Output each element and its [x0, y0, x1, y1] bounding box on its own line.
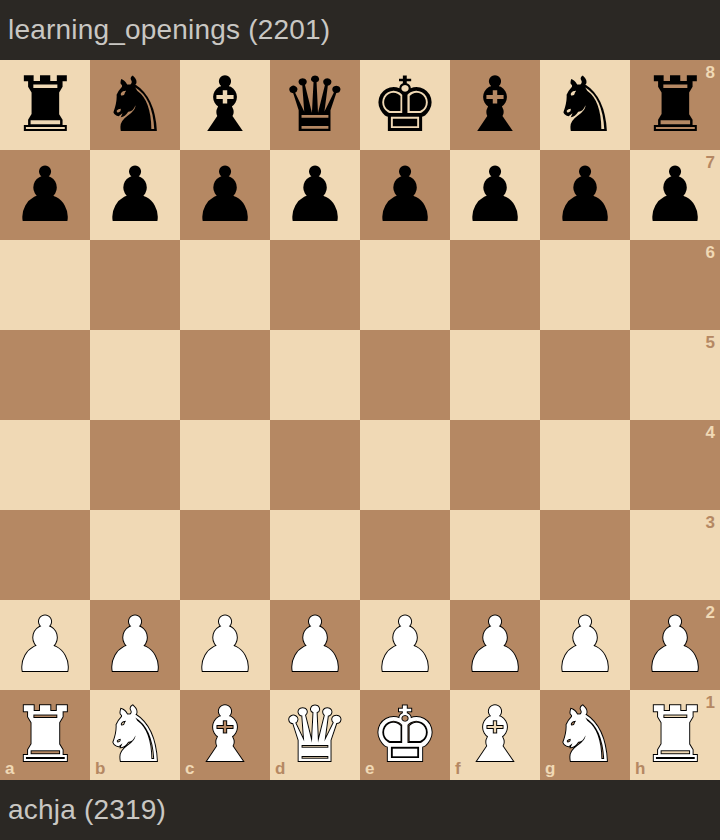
- square-e1[interactable]: ♚e: [360, 690, 450, 780]
- square-f7[interactable]: ♟: [450, 150, 540, 240]
- square-c2[interactable]: ♟: [180, 600, 270, 690]
- square-c3[interactable]: [180, 510, 270, 600]
- rank-label-4: 4: [706, 424, 715, 441]
- square-c8[interactable]: ♝: [180, 60, 270, 150]
- square-a5[interactable]: [0, 330, 90, 420]
- square-g8[interactable]: ♞: [540, 60, 630, 150]
- square-d6[interactable]: [270, 240, 360, 330]
- square-g6[interactable]: [540, 240, 630, 330]
- square-d4[interactable]: [270, 420, 360, 510]
- square-a7[interactable]: ♟: [0, 150, 90, 240]
- square-g7[interactable]: ♟: [540, 150, 630, 240]
- piece-white-pawn[interactable]: ♟: [630, 600, 720, 690]
- square-h4[interactable]: 4: [630, 420, 720, 510]
- piece-black-knight[interactable]: ♞: [540, 60, 630, 150]
- piece-black-bishop[interactable]: ♝: [450, 60, 540, 150]
- game-window: learning_openings (2201) ♜♞♝♛♚♝♞♜8♟♟♟♟♟♟…: [0, 0, 720, 840]
- square-g2[interactable]: ♟: [540, 600, 630, 690]
- piece-black-pawn[interactable]: ♟: [360, 150, 450, 240]
- square-b1[interactable]: ♞b: [90, 690, 180, 780]
- rank-label-3: 3: [706, 514, 715, 531]
- player-bar-bottom: achja (2319): [0, 780, 720, 840]
- square-b5[interactable]: [90, 330, 180, 420]
- square-c6[interactable]: [180, 240, 270, 330]
- square-b4[interactable]: [90, 420, 180, 510]
- piece-white-pawn[interactable]: ♟: [450, 600, 540, 690]
- piece-white-bishop[interactable]: ♝: [180, 690, 270, 780]
- square-f4[interactable]: [450, 420, 540, 510]
- piece-white-pawn[interactable]: ♟: [180, 600, 270, 690]
- square-g4[interactable]: [540, 420, 630, 510]
- square-h6[interactable]: 6: [630, 240, 720, 330]
- square-c7[interactable]: ♟: [180, 150, 270, 240]
- square-f6[interactable]: [450, 240, 540, 330]
- piece-white-pawn[interactable]: ♟: [270, 600, 360, 690]
- piece-white-pawn[interactable]: ♟: [90, 600, 180, 690]
- square-e6[interactable]: [360, 240, 450, 330]
- square-f8[interactable]: ♝: [450, 60, 540, 150]
- square-h3[interactable]: 3: [630, 510, 720, 600]
- square-e8[interactable]: ♚: [360, 60, 450, 150]
- square-f1[interactable]: ♝f: [450, 690, 540, 780]
- player-bar-top: learning_openings (2201): [0, 0, 720, 60]
- piece-black-knight[interactable]: ♞: [90, 60, 180, 150]
- rank-label-5: 5: [706, 334, 715, 351]
- piece-black-king[interactable]: ♚: [360, 60, 450, 150]
- piece-white-knight[interactable]: ♞: [90, 690, 180, 780]
- square-g5[interactable]: [540, 330, 630, 420]
- piece-black-rook[interactable]: ♜: [0, 60, 90, 150]
- square-h2[interactable]: ♟2: [630, 600, 720, 690]
- piece-white-bishop[interactable]: ♝: [450, 690, 540, 780]
- chess-board: ♜♞♝♛♚♝♞♜8♟♟♟♟♟♟♟♟76543♟♟♟♟♟♟♟♟2♜a♞b♝c♛d♚…: [0, 60, 720, 780]
- piece-white-knight[interactable]: ♞: [540, 690, 630, 780]
- piece-white-queen[interactable]: ♛: [270, 690, 360, 780]
- square-d3[interactable]: [270, 510, 360, 600]
- piece-white-pawn[interactable]: ♟: [360, 600, 450, 690]
- rank-label-6: 6: [706, 244, 715, 261]
- square-a8[interactable]: ♜: [0, 60, 90, 150]
- square-h5[interactable]: 5: [630, 330, 720, 420]
- square-d8[interactable]: ♛: [270, 60, 360, 150]
- square-c5[interactable]: [180, 330, 270, 420]
- piece-black-pawn[interactable]: ♟: [450, 150, 540, 240]
- square-h8[interactable]: ♜8: [630, 60, 720, 150]
- piece-black-pawn[interactable]: ♟: [90, 150, 180, 240]
- piece-white-king[interactable]: ♚: [360, 690, 450, 780]
- piece-black-rook[interactable]: ♜: [630, 60, 720, 150]
- square-b7[interactable]: ♟: [90, 150, 180, 240]
- piece-black-queen[interactable]: ♛: [270, 60, 360, 150]
- square-a1[interactable]: ♜a: [0, 690, 90, 780]
- player-name-bottom: achja (2319): [8, 794, 166, 826]
- square-g1[interactable]: ♞g: [540, 690, 630, 780]
- piece-white-rook[interactable]: ♜: [630, 690, 720, 780]
- square-d1[interactable]: ♛d: [270, 690, 360, 780]
- square-e2[interactable]: ♟: [360, 600, 450, 690]
- piece-black-pawn[interactable]: ♟: [540, 150, 630, 240]
- square-e5[interactable]: [360, 330, 450, 420]
- square-d2[interactable]: ♟: [270, 600, 360, 690]
- piece-black-pawn[interactable]: ♟: [0, 150, 90, 240]
- square-f5[interactable]: [450, 330, 540, 420]
- square-b6[interactable]: [90, 240, 180, 330]
- square-g3[interactable]: [540, 510, 630, 600]
- square-c1[interactable]: ♝c: [180, 690, 270, 780]
- square-b3[interactable]: [90, 510, 180, 600]
- square-e4[interactable]: [360, 420, 450, 510]
- square-d7[interactable]: ♟: [270, 150, 360, 240]
- piece-black-pawn[interactable]: ♟: [630, 150, 720, 240]
- square-e7[interactable]: ♟: [360, 150, 450, 240]
- square-e3[interactable]: [360, 510, 450, 600]
- square-d5[interactable]: [270, 330, 360, 420]
- square-b8[interactable]: ♞: [90, 60, 180, 150]
- piece-black-pawn[interactable]: ♟: [180, 150, 270, 240]
- square-c4[interactable]: [180, 420, 270, 510]
- square-f3[interactable]: [450, 510, 540, 600]
- square-f2[interactable]: ♟: [450, 600, 540, 690]
- square-h7[interactable]: ♟7: [630, 150, 720, 240]
- square-a2[interactable]: ♟: [0, 600, 90, 690]
- square-a3[interactable]: [0, 510, 90, 600]
- piece-white-pawn[interactable]: ♟: [0, 600, 90, 690]
- piece-black-bishop[interactable]: ♝: [180, 60, 270, 150]
- piece-white-rook[interactable]: ♜: [0, 690, 90, 780]
- piece-white-pawn[interactable]: ♟: [540, 600, 630, 690]
- player-name-top: learning_openings (2201): [8, 14, 330, 46]
- square-a6[interactable]: [0, 240, 90, 330]
- square-h1[interactable]: ♜1h: [630, 690, 720, 780]
- piece-black-pawn[interactable]: ♟: [270, 150, 360, 240]
- square-a4[interactable]: [0, 420, 90, 510]
- square-b2[interactable]: ♟: [90, 600, 180, 690]
